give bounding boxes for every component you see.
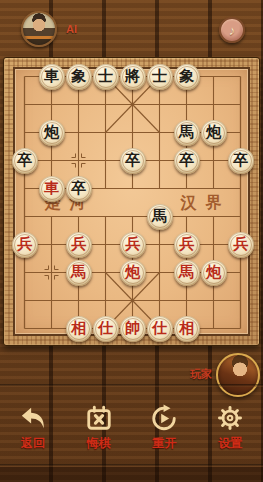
gear-icon — [215, 404, 245, 432]
undo-box-x-icon — [84, 404, 114, 432]
piece-red-elephant[interactable]: 相 — [66, 316, 92, 342]
settings-label: 设置 — [218, 435, 242, 452]
restart-label: 重开 — [152, 435, 176, 452]
piece-red-pawn[interactable]: 兵 — [174, 232, 200, 258]
piece-red-cannon[interactable]: 炮 — [120, 260, 146, 286]
piece-red-horse[interactable]: 馬 — [174, 260, 200, 286]
ai-avatar — [21, 11, 57, 47]
piece-black-cannon[interactable]: 炮 — [201, 120, 227, 146]
player-avatar — [216, 353, 260, 397]
xiangqi-board[interactable]: 楚河 汉界 車象士將士象炮馬炮卒卒卒卒車卒馬兵兵兵兵兵馬炮馬炮相仕帥仕相 — [3, 57, 260, 346]
piece-black-general[interactable]: 將 — [120, 64, 146, 90]
piece-black-pawn[interactable]: 卒 — [12, 148, 38, 174]
restart-button[interactable]: 重开 — [132, 402, 198, 460]
undo-label: 悔棋 — [87, 435, 111, 452]
settings-button[interactable]: 设置 — [197, 402, 263, 460]
piece-black-pawn[interactable]: 卒 — [120, 148, 146, 174]
piece-red-cannon[interactable]: 炮 — [201, 260, 227, 286]
piece-black-advisor[interactable]: 士 — [93, 64, 119, 90]
back-arrow-icon — [18, 404, 48, 432]
back-label: 返回 — [21, 435, 45, 452]
piece-black-elephant[interactable]: 象 — [66, 64, 92, 90]
music-note-icon: ♪ — [229, 24, 236, 37]
bottom-toolbar: 返回 悔棋 重开 — [0, 402, 263, 460]
pieces-layer: 車象士將士象炮馬炮卒卒卒卒車卒馬兵兵兵兵兵馬炮馬炮相仕帥仕相 — [4, 58, 259, 345]
back-button[interactable]: 返回 — [0, 402, 66, 460]
piece-red-elephant[interactable]: 相 — [174, 316, 200, 342]
undo-button[interactable]: 悔棋 — [66, 402, 132, 460]
piece-black-pawn[interactable]: 卒 — [174, 148, 200, 174]
piece-red-pawn[interactable]: 兵 — [66, 232, 92, 258]
piece-black-horse[interactable]: 馬 — [147, 204, 173, 230]
piece-black-pawn[interactable]: 卒 — [228, 148, 254, 174]
sound-button[interactable]: ♪ — [219, 17, 245, 43]
piece-red-pawn[interactable]: 兵 — [12, 232, 38, 258]
piece-black-horse[interactable]: 馬 — [174, 120, 200, 146]
piece-red-pawn[interactable]: 兵 — [228, 232, 254, 258]
piece-red-horse[interactable]: 馬 — [66, 260, 92, 286]
wood-bottom-strip — [0, 467, 263, 482]
restart-icon — [149, 404, 179, 432]
piece-red-pawn[interactable]: 兵 — [120, 232, 146, 258]
piece-black-cannon[interactable]: 炮 — [39, 120, 65, 146]
piece-red-chariot[interactable]: 車 — [39, 176, 65, 202]
ai-label: AI — [66, 23, 77, 35]
piece-red-advisor[interactable]: 仕 — [93, 316, 119, 342]
wood-seam — [0, 464, 263, 467]
piece-black-advisor[interactable]: 士 — [147, 64, 173, 90]
piece-black-pawn[interactable]: 卒 — [66, 176, 92, 202]
piece-red-general[interactable]: 帥 — [120, 316, 146, 342]
piece-black-chariot[interactable]: 車 — [39, 64, 65, 90]
piece-black-elephant[interactable]: 象 — [174, 64, 200, 90]
piece-red-advisor[interactable]: 仕 — [147, 316, 173, 342]
app-screen: AI ♪ 楚河 汉界 車象士將士象炮馬炮卒卒卒卒車卒馬兵兵兵兵兵馬炮馬炮相仕帥仕… — [0, 0, 263, 482]
player-label: 玩家 — [190, 367, 212, 382]
